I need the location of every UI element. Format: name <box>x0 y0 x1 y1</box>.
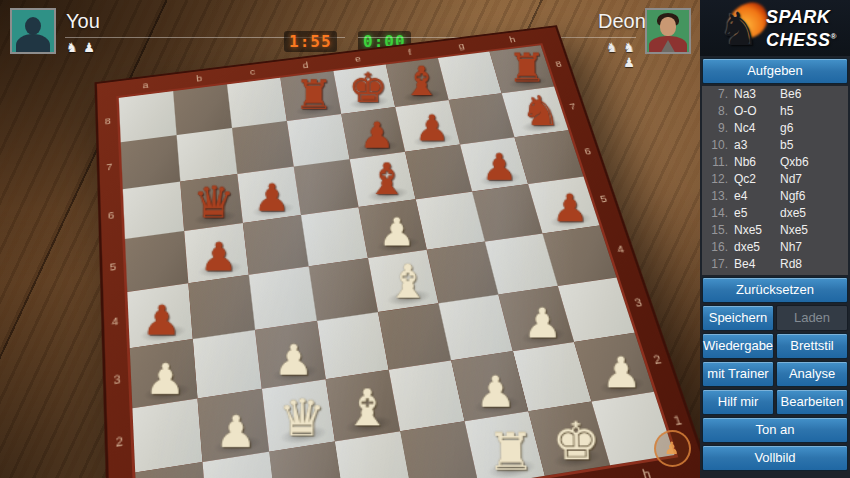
square-f5[interactable] <box>416 192 485 250</box>
file-label: c <box>245 66 260 79</box>
move-row: 11.Nb6Qxb6 <box>702 154 848 171</box>
piece-black-rook[interactable]: ♜ <box>507 48 547 88</box>
rank-label: 2 <box>647 351 668 369</box>
white-move[interactable]: Be4 <box>734 256 780 273</box>
rank-label: 3 <box>628 294 648 311</box>
piece-black-bishop[interactable]: ♝ <box>366 158 408 201</box>
move-number: 14. <box>702 205 728 222</box>
square-d2[interactable]: ♝ <box>326 370 400 442</box>
square-g4[interactable] <box>485 233 558 294</box>
piece-black-queen[interactable]: ♛ <box>192 181 235 225</box>
board-grid: ♜♚♝♜♟♟♞♛♟♝♟♟♟♟♟♝♟♟♟♟♛♝♟♟♜♜♚ <box>119 45 675 478</box>
square-d3[interactable] <box>317 312 389 379</box>
move-number: 8. <box>702 103 728 120</box>
sidebar: ♞ SPARK CHESS® Aufgeben 7.Na3Be68.O-Oh59… <box>700 0 850 478</box>
square-f8[interactable]: ♝ <box>386 58 449 107</box>
square-a8[interactable] <box>119 91 177 142</box>
piece-white-pawn[interactable]: ♟ <box>145 358 186 401</box>
piece-black-pawn[interactable]: ♟ <box>254 179 291 217</box>
square-b6[interactable]: ♛ <box>180 174 243 231</box>
rank-label: 5 <box>594 191 613 206</box>
square-h3[interactable] <box>558 277 635 341</box>
file-label: g <box>453 40 469 52</box>
piece-white-pawn[interactable]: ♟ <box>274 339 314 381</box>
board-scene: ♜♚♝♜♟♟♞♛♟♝♟♟♟♟♟♝♟♟♟♟♛♝♟♟♜♜♚ aabbccddeeff… <box>36 40 676 478</box>
sound-button[interactable]: Ton an <box>702 417 848 443</box>
white-move[interactable]: O-O <box>734 103 780 120</box>
square-f4[interactable] <box>427 242 499 304</box>
square-b2[interactable]: ♟ <box>197 389 269 462</box>
black-move[interactable]: Qxb6 <box>780 154 834 171</box>
white-move[interactable]: Qc2 <box>734 171 780 188</box>
square-f3[interactable] <box>439 295 513 361</box>
black-move[interactable]: b5 <box>780 137 834 154</box>
rank-label: 5 <box>105 259 121 275</box>
move-number: 17. <box>702 256 728 273</box>
piece-white-king[interactable]: ♚ <box>551 416 600 468</box>
piece-black-pawn[interactable]: ♟ <box>142 300 182 341</box>
square-b1[interactable] <box>203 452 277 478</box>
rank-label: 2 <box>110 432 128 451</box>
square-c7[interactable] <box>232 121 294 174</box>
reset-button[interactable]: Zurücksetzen <box>702 277 848 303</box>
rank-label: 7 <box>564 100 582 113</box>
black-move[interactable]: Be6 <box>780 86 834 103</box>
file-label: e <box>350 53 366 65</box>
square-b7[interactable] <box>177 128 238 182</box>
move-number: 11. <box>702 154 728 171</box>
square-a3[interactable]: ♟ <box>130 339 198 408</box>
move-number: 9. <box>702 120 728 137</box>
piece-white-rook[interactable]: ♜ <box>486 426 535 478</box>
rank-label: 8 <box>100 115 115 128</box>
move-row: 17.Be4Rd8 <box>702 256 848 273</box>
square-c2[interactable]: ♛ <box>262 379 335 451</box>
square-d5[interactable] <box>301 207 368 266</box>
square-c6[interactable]: ♟ <box>237 167 301 223</box>
move-row: 13.e4Ngf6 <box>702 188 848 205</box>
square-g6[interactable]: ♟ <box>460 137 528 191</box>
piece-white-pawn[interactable]: ♟ <box>601 351 642 394</box>
app-window: You ♞ ♟ 1:55 0:00 ♞ ♞ ♟ Deon ♜♚♝♜♟♟♞♛♟♝♟… <box>0 0 850 478</box>
white-move[interactable]: Nxe5 <box>734 222 780 239</box>
square-e8[interactable]: ♚ <box>333 65 395 114</box>
black-move[interactable]: Rd8 <box>780 256 834 273</box>
sparkchess-logo: ♞ SPARK CHESS® <box>700 0 850 56</box>
file-label: h <box>504 34 520 46</box>
white-move[interactable]: Na3 <box>734 86 780 103</box>
black-move[interactable]: Nxe5 <box>780 222 834 239</box>
pawn-icon: ♟ <box>664 438 679 458</box>
square-h7[interactable]: ♞ <box>502 86 569 137</box>
move-row: 7.Na3Be6 <box>702 86 848 103</box>
white-move[interactable]: e4 <box>734 188 780 205</box>
piece-black-knight[interactable]: ♞ <box>520 91 561 132</box>
square-a5[interactable] <box>125 231 188 292</box>
black-move[interactable]: Nd7 <box>780 171 834 188</box>
chess-board: ♜♚♝♜♟♟♞♛♟♝♟♟♟♟♟♝♟♟♟♟♛♝♟♟♜♜♚ aabbccddeeff… <box>94 25 712 478</box>
white-move[interactable]: a3 <box>734 137 780 154</box>
move-row: 9.Nc4g6 <box>702 120 848 137</box>
rank-label: 8 <box>550 58 567 70</box>
square-e5[interactable]: ♟ <box>359 199 427 258</box>
black-move[interactable]: h5 <box>780 103 834 120</box>
move-row: 10.a3b5 <box>702 137 848 154</box>
move-number: 7. <box>702 86 728 103</box>
piece-white-bishop[interactable]: ♝ <box>343 383 391 434</box>
move-number: 10. <box>702 137 728 154</box>
white-move[interactable]: e5 <box>734 205 780 222</box>
piece-black-king[interactable]: ♚ <box>348 68 387 108</box>
square-b8[interactable] <box>173 84 232 135</box>
file-label: d <box>298 59 314 71</box>
piece-white-pawn[interactable]: ♟ <box>378 213 415 252</box>
square-h8[interactable]: ♜ <box>489 45 554 93</box>
sidebar-button-laden: Laden <box>776 305 848 331</box>
black-move[interactable]: g6 <box>780 120 834 137</box>
square-h6[interactable] <box>514 130 583 184</box>
piece-white-queen[interactable]: ♛ <box>278 393 326 444</box>
square-b5[interactable]: ♟ <box>184 223 249 283</box>
square-g2[interactable] <box>513 342 592 411</box>
white-move[interactable]: Nc4 <box>734 120 780 137</box>
board-action-button[interactable]: ♟ <box>654 430 691 467</box>
registered-mark: ® <box>831 32 837 41</box>
file-label: h <box>636 464 658 478</box>
move-row: 16.dxe5Nh7 <box>702 239 848 256</box>
square-c3[interactable]: ♟ <box>255 321 325 389</box>
square-h2[interactable]: ♟ <box>574 333 654 402</box>
square-d6[interactable] <box>294 159 359 215</box>
square-c8[interactable] <box>227 78 287 128</box>
piece-black-pawn[interactable]: ♟ <box>551 189 588 227</box>
piece-black-pawn[interactable]: ♟ <box>200 237 238 276</box>
move-row: 14.e5dxe5 <box>702 205 848 222</box>
piece-black-pawn[interactable]: ♟ <box>360 117 395 153</box>
sidebar-button-hilf-mir[interactable]: Hilf mir <box>702 389 774 415</box>
white-player-name: You <box>66 10 100 33</box>
square-d4[interactable] <box>309 258 378 321</box>
sidebar-button-speichern[interactable]: Speichern <box>702 305 774 331</box>
piece-black-pawn[interactable]: ♟ <box>414 110 449 146</box>
rank-label: 4 <box>611 241 631 257</box>
rank-label: 6 <box>103 208 119 223</box>
square-d7[interactable] <box>287 114 350 167</box>
sidebar-button-bearbeiten[interactable]: Bearbeiten <box>776 389 848 415</box>
move-number: 13. <box>702 188 728 205</box>
square-b4[interactable] <box>188 275 255 339</box>
resign-button[interactable]: Aufgeben <box>702 58 848 84</box>
piece-white-bishop[interactable]: ♝ <box>386 259 430 306</box>
move-number: 15. <box>702 222 728 239</box>
square-f1[interactable]: ♜ <box>465 411 545 478</box>
square-a7[interactable] <box>121 135 181 189</box>
square-e3[interactable] <box>378 303 451 369</box>
square-c5[interactable] <box>243 215 309 275</box>
sidebar-button-mit-trainer[interactable]: mit Trainer <box>702 361 774 387</box>
move-row: 15.Nxe5Nxe5 <box>702 222 848 239</box>
knight-logo-icon: ♞ <box>718 6 759 52</box>
square-e4[interactable]: ♝ <box>368 250 439 312</box>
piece-white-pawn[interactable]: ♟ <box>523 303 563 344</box>
file-label: a <box>138 79 153 92</box>
square-e6[interactable]: ♝ <box>350 152 416 207</box>
fullscreen-button[interactable]: Vollbild <box>702 445 848 471</box>
square-d8[interactable]: ♜ <box>280 71 341 121</box>
move-row: 8.O-Oh5 <box>702 103 848 120</box>
move-number: 12. <box>702 171 728 188</box>
square-c4[interactable] <box>249 266 317 330</box>
square-b3[interactable] <box>193 330 262 399</box>
sidebar-button-analyse[interactable]: Analyse <box>776 361 848 387</box>
sidebar-button-wiedergabe[interactable]: Wiedergabe <box>702 333 774 359</box>
sidebar-button-grid: SpeichernLadenWiedergabeBrettstilmit Tra… <box>702 305 848 415</box>
black-move[interactable]: Ngf6 <box>780 188 834 205</box>
logo-text: SPARK CHESS® <box>766 8 837 50</box>
file-label: b <box>192 72 207 85</box>
move-list[interactable]: 7.Na3Be68.O-Oh59.Nc4g610.a3b511.Nb6Qxb61… <box>702 86 848 275</box>
avatar-silhouette-icon <box>25 17 41 35</box>
piece-black-pawn[interactable]: ♟ <box>481 149 517 186</box>
piece-black-rook[interactable]: ♜ <box>294 75 334 116</box>
move-row: 12.Qc2Nd7 <box>702 171 848 188</box>
sidebar-button-brettstil[interactable]: Brettstil <box>776 333 848 359</box>
rank-label: 1 <box>667 411 689 430</box>
black-move[interactable]: Nh7 <box>780 239 834 256</box>
square-g3[interactable]: ♟ <box>498 286 574 351</box>
rank-label: 6 <box>579 144 597 158</box>
black-move[interactable]: dxe5 <box>780 205 834 222</box>
rank-label: 4 <box>107 313 124 330</box>
black-player-name: Deon <box>598 10 646 33</box>
rank-label: 7 <box>102 160 117 174</box>
square-e7[interactable]: ♟ <box>341 107 405 159</box>
file-label: f <box>402 46 418 58</box>
white-move[interactable]: Nb6 <box>734 154 780 171</box>
square-a4[interactable]: ♟ <box>127 283 192 348</box>
white-move[interactable]: dxe5 <box>734 239 780 256</box>
piece-white-pawn[interactable]: ♟ <box>475 370 516 413</box>
move-number: 16. <box>702 239 728 256</box>
square-c1[interactable] <box>269 441 345 478</box>
rank-label: 3 <box>108 371 125 389</box>
square-e2[interactable] <box>389 360 465 431</box>
piece-black-bishop[interactable]: ♝ <box>402 61 441 101</box>
square-a6[interactable] <box>123 182 184 239</box>
square-h5[interactable]: ♟ <box>528 176 599 233</box>
piece-white-pawn[interactable]: ♟ <box>215 410 257 454</box>
square-a2[interactable] <box>132 398 202 472</box>
